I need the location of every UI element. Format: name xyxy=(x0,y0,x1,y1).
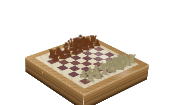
piece-black-pawn[interactable]: ♟ xyxy=(52,53,61,64)
chess-box: ♜♞♝♛♚♝♞♜♟♟♟♟♟♟♟♟♟♟♟♟♟♟♟♟♜♞♝♛♚♝♞♜ xyxy=(25,35,149,94)
product-photo-background: ♜♞♝♛♚♝♞♜♟♟♟♟♟♟♟♟♟♟♟♟♟♟♟♟♜♞♝♛♚♝♞♜ xyxy=(0,0,175,105)
piece-white-rook[interactable]: ♜ xyxy=(84,70,94,84)
brass-clasp-icon xyxy=(42,71,43,74)
